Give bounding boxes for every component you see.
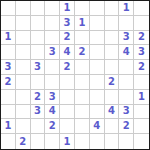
clue-cell: 4 [119, 45, 134, 60]
clue-cell: 4 [105, 105, 120, 120]
grid-cell[interactable] [16, 45, 31, 60]
clue-cell: 3 [45, 90, 60, 105]
grid-cell[interactable] [45, 75, 60, 90]
grid-cell[interactable] [119, 90, 134, 105]
grid-cell[interactable] [45, 31, 60, 46]
grid-cell[interactable] [134, 1, 149, 16]
clue-cell: 2 [134, 31, 149, 46]
clue-cell: 2 [60, 31, 75, 46]
clue-cell: 3 [60, 16, 75, 31]
clue-cell: 2 [75, 45, 90, 60]
grid-cell[interactable] [16, 75, 31, 90]
clue-cell: 1 [119, 1, 134, 16]
clue-cell: 1 [134, 90, 149, 105]
grid-cell[interactable] [60, 105, 75, 120]
grid-cell[interactable] [75, 31, 90, 46]
grid-cell[interactable] [75, 134, 90, 149]
grid-cell[interactable] [105, 1, 120, 16]
grid-cell[interactable] [60, 119, 75, 134]
clue-cell: 3 [31, 105, 46, 120]
grid-cell[interactable] [119, 75, 134, 90]
clue-cell: 2 [60, 60, 75, 75]
grid-cell[interactable] [75, 1, 90, 16]
grid-cell[interactable] [31, 1, 46, 16]
clue-cell: 1 [1, 31, 16, 46]
grid-cell[interactable] [16, 90, 31, 105]
grid-cell[interactable] [16, 31, 31, 46]
grid-cell[interactable] [31, 75, 46, 90]
grid-cell[interactable] [105, 60, 120, 75]
grid-cell[interactable] [16, 16, 31, 31]
grid-cell[interactable] [31, 134, 46, 149]
clue-cell: 3 [119, 31, 134, 46]
grid-cell[interactable] [90, 134, 105, 149]
clue-cell: 4 [45, 105, 60, 120]
grid-cell[interactable] [90, 90, 105, 105]
grid-cell[interactable] [1, 16, 16, 31]
grid-cell[interactable] [75, 119, 90, 134]
grid-cell[interactable] [105, 134, 120, 149]
grid-cell[interactable] [31, 119, 46, 134]
grid-cell[interactable] [31, 16, 46, 31]
grid-cell[interactable] [105, 119, 120, 134]
grid-cell[interactable] [134, 134, 149, 149]
grid-cell[interactable] [90, 31, 105, 46]
clue-cell: 2 [45, 119, 60, 134]
grid-cell[interactable] [90, 105, 105, 120]
grid-cell[interactable] [90, 75, 105, 90]
clue-cell: 1 [60, 1, 75, 16]
grid-cell[interactable] [90, 16, 105, 31]
grid-cell[interactable] [119, 134, 134, 149]
grid-cell[interactable] [105, 16, 120, 31]
clue-cell: 3 [1, 60, 16, 75]
clue-cell: 1 [1, 119, 16, 134]
clue-cell: 2 [1, 75, 16, 90]
grid-cell[interactable] [90, 1, 105, 16]
grid-cell[interactable] [45, 134, 60, 149]
grid-cell[interactable] [16, 119, 31, 134]
grid-cell[interactable] [31, 45, 46, 60]
grid-cell[interactable] [134, 16, 149, 31]
grid-cell[interactable] [119, 16, 134, 31]
clue-cell: 3 [45, 45, 60, 60]
clue-cell: 3 [31, 60, 46, 75]
grid-cell[interactable] [45, 60, 60, 75]
grid-cell[interactable] [45, 1, 60, 16]
grid-cell[interactable] [105, 90, 120, 105]
clue-cell: 2 [31, 90, 46, 105]
grid-cell[interactable] [31, 31, 46, 46]
puzzle-board: 11311232342433322222313443124221 [0, 0, 150, 150]
clue-cell: 3 [119, 105, 134, 120]
grid-cell[interactable] [134, 75, 149, 90]
clue-cell: 4 [60, 45, 75, 60]
grid-cell[interactable] [16, 105, 31, 120]
grid-cell[interactable] [16, 60, 31, 75]
grid-cell[interactable] [1, 134, 16, 149]
grid-cell[interactable] [134, 119, 149, 134]
grid-cell[interactable] [90, 45, 105, 60]
grid-cell[interactable] [75, 75, 90, 90]
grid-cell[interactable] [1, 105, 16, 120]
grid-cell[interactable] [105, 31, 120, 46]
clue-cell: 1 [60, 134, 75, 149]
clue-cell: 2 [134, 60, 149, 75]
grid-cell[interactable] [60, 90, 75, 105]
grid-cell[interactable] [1, 45, 16, 60]
grid-cell[interactable] [75, 90, 90, 105]
clue-cell: 2 [105, 75, 120, 90]
grid-cell[interactable] [1, 90, 16, 105]
clue-cell: 4 [90, 119, 105, 134]
grid-cell[interactable] [134, 105, 149, 120]
grid-cell[interactable] [45, 16, 60, 31]
clue-cell: 1 [75, 16, 90, 31]
grid-cell[interactable] [16, 1, 31, 16]
grid-cell[interactable] [119, 60, 134, 75]
clue-cell: 2 [119, 119, 134, 134]
clue-cell: 3 [134, 45, 149, 60]
grid-cell[interactable] [90, 60, 105, 75]
grid-cell[interactable] [75, 105, 90, 120]
grid-cell[interactable] [1, 1, 16, 16]
grid-cell[interactable] [60, 75, 75, 90]
clue-cell: 2 [16, 134, 31, 149]
grid-cell[interactable] [75, 60, 90, 75]
grid-cell[interactable] [105, 45, 120, 60]
